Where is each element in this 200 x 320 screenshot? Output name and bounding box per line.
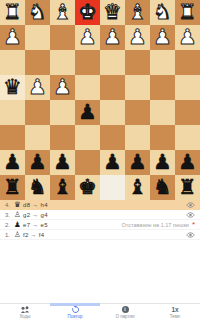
square-c1[interactable]: ♝ (125, 0, 150, 25)
black-rook: ♜ (178, 175, 197, 200)
square-g6[interactable] (25, 125, 50, 150)
white-rook: ♜ (3, 0, 22, 25)
move-list: 4.♛d8 → h43.♙g2 → g42.♟e7 → e5Отставание… (0, 200, 200, 240)
white-pawn-glyph: ♙ (14, 210, 23, 220)
move-number: 1. (5, 232, 14, 238)
square-b8[interactable]: ♞ (150, 175, 175, 200)
black-knight: ♞ (153, 175, 172, 200)
square-g3[interactable] (25, 50, 50, 75)
white-king: ♚ (78, 0, 97, 25)
square-b7[interactable]: ♟ (150, 150, 175, 175)
square-c8[interactable]: ♝ (125, 175, 150, 200)
white-pawn: ♟ (3, 25, 22, 50)
square-e2[interactable]: ♟ (75, 25, 100, 50)
square-d6[interactable] (100, 125, 125, 150)
square-h2[interactable]: ♟ (0, 25, 25, 50)
pieces-icon (20, 305, 30, 314)
tab-replay[interactable]: Повтор (50, 304, 100, 320)
black-pawn: ♟ (128, 150, 147, 175)
square-d5[interactable] (100, 100, 125, 125)
black-pawn: ♟ (153, 150, 172, 175)
square-f6[interactable] (50, 125, 75, 150)
black-pawn: ♟ (178, 150, 197, 175)
square-b3[interactable] (150, 50, 175, 75)
square-f8[interactable]: ♝ (50, 175, 75, 200)
white-rook: ♜ (178, 0, 197, 25)
square-e6[interactable] (75, 125, 100, 150)
black-knight: ♞ (28, 175, 47, 200)
white-pawn: ♟ (103, 25, 122, 50)
black-bishop: ♝ (128, 175, 147, 200)
square-g5[interactable] (25, 100, 50, 125)
white-pawn: ♟ (78, 25, 97, 50)
square-h1[interactable]: ♜ (0, 0, 25, 25)
square-a3[interactable] (175, 50, 200, 75)
square-d1[interactable]: ♛ (100, 0, 125, 25)
square-b5[interactable] (150, 100, 175, 125)
black-queen: ♛ (3, 75, 22, 100)
square-f3[interactable] (50, 50, 75, 75)
square-e7[interactable] (75, 150, 100, 175)
white-bishop: ♝ (53, 0, 72, 25)
square-c6[interactable] (125, 125, 150, 150)
black-pawn: ♟ (103, 150, 122, 175)
square-c7[interactable]: ♟ (125, 150, 150, 175)
square-a7[interactable]: ♟ (175, 150, 200, 175)
move-row-2[interactable]: 2.♟e7 → e5Отставание на 1.17 пешки* (0, 220, 200, 230)
square-a1[interactable]: ♜ (175, 0, 200, 25)
white-pawn: ♟ (28, 75, 47, 100)
black-pawn: ♟ (3, 150, 22, 175)
square-g8[interactable]: ♞ (25, 175, 50, 200)
square-c5[interactable] (125, 100, 150, 125)
tab-moves-label: Ходы (19, 314, 30, 319)
black-pawn: ♟ (53, 150, 72, 175)
square-h8[interactable]: ♜ (0, 175, 25, 200)
square-e5[interactable]: ♟ (75, 100, 100, 125)
speed-1x-icon: 1x (171, 305, 178, 314)
black-pawn: ♟ (28, 150, 47, 175)
move-text: g2 → g4 (23, 212, 48, 218)
mistake-mark: * (192, 221, 195, 229)
square-g1[interactable]: ♞ (25, 0, 50, 25)
square-d4[interactable] (100, 75, 125, 100)
square-d2[interactable]: ♟ (100, 25, 125, 50)
black-bishop: ♝ (53, 175, 72, 200)
move-number: 2. (5, 222, 14, 228)
square-e1[interactable]: ♚ (75, 0, 100, 25)
move-row-3[interactable]: 3.♙g2 → g4 (0, 210, 200, 220)
square-g4[interactable]: ♟ (25, 75, 50, 100)
tab-about-game-label: О партии (115, 314, 134, 319)
tab-replay-label: Повтор (67, 314, 82, 319)
square-e8[interactable]: ♚ (75, 175, 100, 200)
black-pawn-glyph: ♟ (14, 220, 23, 230)
square-f7[interactable]: ♟ (50, 150, 75, 175)
square-d3[interactable] (100, 50, 125, 75)
evaluation-annotation: Отставание на 1.17 пешки (121, 222, 188, 228)
move-number: 4. (5, 202, 14, 208)
move-text: e7 → e5 (23, 222, 48, 228)
square-f5[interactable] (50, 100, 75, 125)
move-row-4[interactable]: 4.♛d8 → h4 (0, 200, 200, 210)
square-a6[interactable] (175, 125, 200, 150)
square-b4[interactable] (150, 75, 175, 100)
info-icon: i (122, 305, 129, 314)
move-number: 3. (5, 212, 14, 218)
square-a4[interactable] (175, 75, 200, 100)
square-f1[interactable]: ♝ (50, 0, 75, 25)
square-b6[interactable] (150, 125, 175, 150)
square-a8[interactable]: ♜ (175, 175, 200, 200)
eye-icon[interactable] (186, 232, 195, 238)
move-row-1[interactable]: 1.♙f2 → f4 (0, 230, 200, 240)
square-a2[interactable]: ♟ (175, 25, 200, 50)
square-e3[interactable] (75, 50, 100, 75)
move-text: d8 → h4 (23, 202, 48, 208)
white-pawn-glyph: ♙ (14, 230, 23, 240)
white-queen: ♛ (103, 0, 122, 25)
tab-about-game[interactable]: i О партии (100, 304, 150, 320)
black-king: ♚ (78, 175, 97, 200)
eye-icon[interactable] (186, 212, 195, 218)
tab-speed[interactable]: 1x Темп (150, 304, 200, 320)
square-g7[interactable]: ♟ (25, 150, 50, 175)
white-pawn: ♟ (178, 25, 197, 50)
chess-board: ♜♞♝♚♛♝♞♜♟♟♟♟♟♟♛♟♟♟♟♟♟♟♟♟♟♜♞♝♚♝♞♜ (0, 0, 200, 200)
square-g2[interactable] (25, 25, 50, 50)
square-a5[interactable] (175, 100, 200, 125)
square-b2[interactable]: ♟ (150, 25, 175, 50)
square-f2[interactable] (50, 25, 75, 50)
black-rook: ♜ (3, 175, 22, 200)
content-spacer (0, 240, 200, 303)
square-d7[interactable]: ♟ (100, 150, 125, 175)
white-knight: ♞ (28, 0, 47, 25)
white-pawn: ♟ (153, 25, 172, 50)
square-f4[interactable]: ♟ (50, 75, 75, 100)
white-pawn: ♟ (53, 75, 72, 100)
square-h6[interactable] (0, 125, 25, 150)
tab-speed-label: Темп (170, 314, 181, 319)
square-b1[interactable]: ♞ (150, 0, 175, 25)
white-knight: ♞ (153, 0, 172, 25)
eye-icon[interactable] (186, 202, 195, 208)
square-h4[interactable]: ♛ (0, 75, 25, 100)
white-pawn: ♟ (128, 25, 147, 50)
square-h7[interactable]: ♟ (0, 150, 25, 175)
square-h5[interactable] (0, 100, 25, 125)
square-c4[interactable] (125, 75, 150, 100)
square-c2[interactable]: ♟ (125, 25, 150, 50)
bottom-tab-bar: Ходы Повтор i О партии 1x Темп (0, 303, 200, 320)
white-bishop: ♝ (128, 0, 147, 25)
replay-icon (71, 305, 80, 314)
square-h3[interactable] (0, 50, 25, 75)
square-d8[interactable] (100, 175, 125, 200)
move-text: f2 → f4 (23, 232, 44, 238)
black-queen-glyph: ♛ (14, 200, 23, 210)
square-c3[interactable] (125, 50, 150, 75)
square-e4[interactable] (75, 75, 100, 100)
black-pawn: ♟ (78, 100, 97, 125)
active-tab-indicator (50, 303, 100, 306)
tab-moves[interactable]: Ходы (0, 304, 50, 320)
